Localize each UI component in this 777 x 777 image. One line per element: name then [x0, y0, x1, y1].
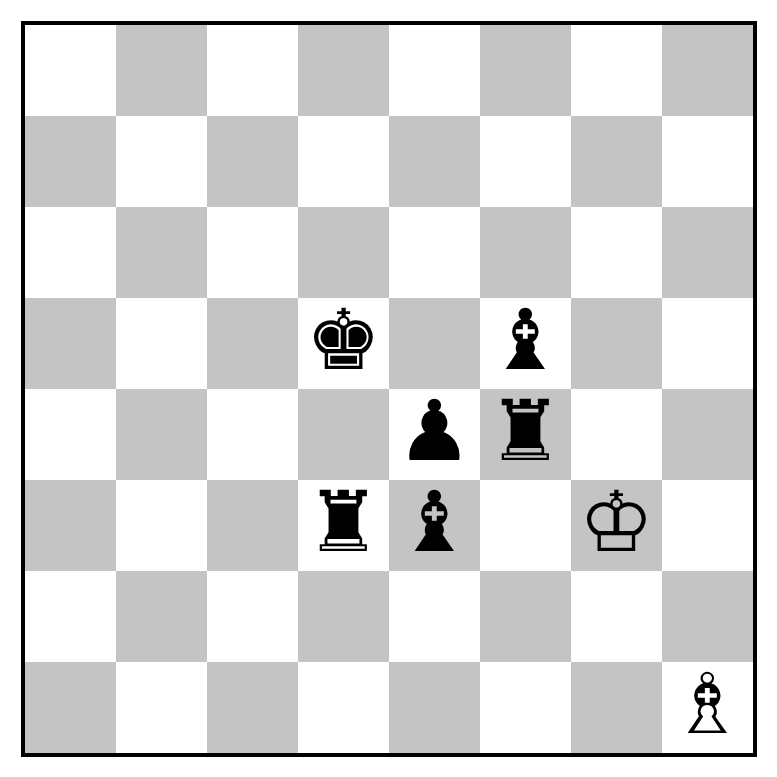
square-h6[interactable]: [662, 207, 753, 298]
black-king-d5: ♚: [306, 298, 381, 386]
chess-diagram: ♚♝♟♜♜♝♔♗: [0, 0, 777, 777]
black-rook-d3: ♜: [306, 480, 381, 568]
square-e7[interactable]: [389, 116, 480, 207]
square-b7[interactable]: [116, 116, 207, 207]
white-bishop-h1: ♗: [670, 662, 745, 750]
square-b2[interactable]: [116, 571, 207, 662]
square-a8[interactable]: [25, 25, 116, 116]
black-pawn-e4: ♟: [397, 389, 472, 477]
square-e3[interactable]: ♝: [389, 480, 480, 571]
square-b8[interactable]: [116, 25, 207, 116]
square-e1[interactable]: [389, 662, 480, 753]
square-h3[interactable]: [662, 480, 753, 571]
square-a5[interactable]: [25, 298, 116, 389]
square-g5[interactable]: [571, 298, 662, 389]
square-f8[interactable]: [480, 25, 571, 116]
square-d4[interactable]: [298, 389, 389, 480]
square-f6[interactable]: [480, 207, 571, 298]
square-b3[interactable]: [116, 480, 207, 571]
square-c7[interactable]: [207, 116, 298, 207]
square-a3[interactable]: [25, 480, 116, 571]
white-king-g3: ♔: [579, 480, 654, 568]
square-f1[interactable]: [480, 662, 571, 753]
square-c5[interactable]: [207, 298, 298, 389]
square-a7[interactable]: [25, 116, 116, 207]
black-rook-f4: ♜: [488, 389, 563, 477]
black-bishop-e3: ♝: [397, 480, 472, 568]
square-f5[interactable]: ♝: [480, 298, 571, 389]
square-g7[interactable]: [571, 116, 662, 207]
square-g1[interactable]: [571, 662, 662, 753]
square-a1[interactable]: [25, 662, 116, 753]
square-h1[interactable]: ♗: [662, 662, 753, 753]
square-h8[interactable]: [662, 25, 753, 116]
square-d2[interactable]: [298, 571, 389, 662]
square-c3[interactable]: [207, 480, 298, 571]
square-g3[interactable]: ♔: [571, 480, 662, 571]
square-h2[interactable]: [662, 571, 753, 662]
square-g8[interactable]: [571, 25, 662, 116]
square-a4[interactable]: [25, 389, 116, 480]
square-d7[interactable]: [298, 116, 389, 207]
square-c2[interactable]: [207, 571, 298, 662]
square-a6[interactable]: [25, 207, 116, 298]
square-c1[interactable]: [207, 662, 298, 753]
square-d1[interactable]: [298, 662, 389, 753]
square-h5[interactable]: [662, 298, 753, 389]
square-d8[interactable]: [298, 25, 389, 116]
square-f3[interactable]: [480, 480, 571, 571]
square-e4[interactable]: ♟: [389, 389, 480, 480]
square-g2[interactable]: [571, 571, 662, 662]
square-e6[interactable]: [389, 207, 480, 298]
square-f4[interactable]: ♜: [480, 389, 571, 480]
square-c6[interactable]: [207, 207, 298, 298]
square-e8[interactable]: [389, 25, 480, 116]
square-f7[interactable]: [480, 116, 571, 207]
square-d6[interactable]: [298, 207, 389, 298]
square-e5[interactable]: [389, 298, 480, 389]
square-b5[interactable]: [116, 298, 207, 389]
square-b6[interactable]: [116, 207, 207, 298]
square-e2[interactable]: [389, 571, 480, 662]
square-d3[interactable]: ♜: [298, 480, 389, 571]
chess-board-frame: ♚♝♟♜♜♝♔♗: [21, 21, 757, 757]
square-c8[interactable]: [207, 25, 298, 116]
square-a2[interactable]: [25, 571, 116, 662]
square-h4[interactable]: [662, 389, 753, 480]
square-b1[interactable]: [116, 662, 207, 753]
square-c4[interactable]: [207, 389, 298, 480]
square-g4[interactable]: [571, 389, 662, 480]
square-d5[interactable]: ♚: [298, 298, 389, 389]
square-h7[interactable]: [662, 116, 753, 207]
black-bishop-f5: ♝: [488, 298, 563, 386]
chess-board: ♚♝♟♜♜♝♔♗: [25, 25, 753, 753]
square-g6[interactable]: [571, 207, 662, 298]
square-f2[interactable]: [480, 571, 571, 662]
square-b4[interactable]: [116, 389, 207, 480]
